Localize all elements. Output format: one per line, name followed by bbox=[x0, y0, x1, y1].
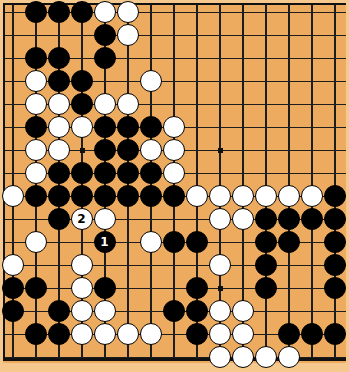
grid-row-line bbox=[4, 288, 346, 290]
white-stone bbox=[209, 208, 231, 230]
black-stone bbox=[25, 47, 47, 69]
black-stone bbox=[25, 1, 47, 23]
star-point bbox=[218, 148, 223, 153]
white-stone bbox=[232, 185, 254, 207]
white-stone bbox=[140, 231, 162, 253]
go-diagram: 21 bbox=[0, 0, 349, 372]
white-stone bbox=[117, 24, 139, 46]
white-stone bbox=[209, 323, 231, 345]
white-stone bbox=[301, 185, 323, 207]
white-stone-move-2: 2 bbox=[71, 208, 93, 230]
black-stone bbox=[324, 323, 346, 345]
black-stone bbox=[186, 323, 208, 345]
white-stone bbox=[25, 231, 47, 253]
black-stone bbox=[324, 277, 346, 299]
white-stone bbox=[163, 162, 185, 184]
white-stone bbox=[94, 323, 116, 345]
white-stone bbox=[255, 185, 277, 207]
grid-row-line bbox=[4, 265, 346, 267]
white-stone bbox=[25, 139, 47, 161]
black-stone bbox=[301, 323, 323, 345]
black-stone bbox=[140, 162, 162, 184]
white-stone bbox=[163, 116, 185, 138]
white-stone bbox=[48, 139, 70, 161]
black-stone bbox=[94, 24, 116, 46]
white-stone bbox=[71, 300, 93, 322]
black-stone bbox=[117, 162, 139, 184]
black-stone bbox=[324, 231, 346, 253]
white-stone bbox=[48, 116, 70, 138]
white-stone bbox=[209, 254, 231, 276]
star-point bbox=[218, 286, 223, 291]
black-stone bbox=[255, 208, 277, 230]
black-stone bbox=[94, 162, 116, 184]
black-stone bbox=[25, 116, 47, 138]
white-stone bbox=[94, 208, 116, 230]
white-stone bbox=[186, 185, 208, 207]
white-stone bbox=[94, 300, 116, 322]
black-stone bbox=[94, 116, 116, 138]
black-stone bbox=[94, 277, 116, 299]
star-point bbox=[80, 148, 85, 153]
black-stone bbox=[48, 185, 70, 207]
black-stone bbox=[48, 323, 70, 345]
black-stone bbox=[94, 185, 116, 207]
black-stone bbox=[71, 70, 93, 92]
black-stone bbox=[163, 185, 185, 207]
grid-row-line bbox=[4, 35, 346, 37]
white-stone bbox=[25, 162, 47, 184]
white-stone bbox=[94, 93, 116, 115]
white-stone bbox=[278, 346, 300, 368]
white-stone bbox=[232, 300, 254, 322]
white-stone bbox=[232, 346, 254, 368]
black-stone bbox=[71, 162, 93, 184]
black-stone bbox=[48, 47, 70, 69]
black-stone bbox=[25, 185, 47, 207]
white-stone bbox=[117, 1, 139, 23]
black-stone bbox=[25, 323, 47, 345]
black-stone bbox=[186, 300, 208, 322]
black-stone bbox=[48, 208, 70, 230]
black-stone bbox=[324, 185, 346, 207]
white-stone bbox=[71, 116, 93, 138]
white-stone bbox=[48, 93, 70, 115]
black-stone bbox=[48, 70, 70, 92]
black-stone bbox=[2, 300, 24, 322]
white-stone bbox=[278, 185, 300, 207]
black-stone bbox=[71, 93, 93, 115]
white-stone bbox=[140, 323, 162, 345]
black-stone bbox=[117, 185, 139, 207]
white-stone bbox=[140, 139, 162, 161]
black-stone bbox=[117, 139, 139, 161]
black-stone bbox=[94, 47, 116, 69]
white-stone bbox=[140, 70, 162, 92]
black-stone bbox=[163, 300, 185, 322]
black-stone bbox=[48, 1, 70, 23]
black-stone bbox=[48, 162, 70, 184]
white-stone bbox=[232, 323, 254, 345]
go-board: 21 bbox=[0, 0, 349, 372]
black-stone-move-1: 1 bbox=[94, 231, 116, 253]
white-stone bbox=[163, 139, 185, 161]
black-stone bbox=[71, 185, 93, 207]
white-stone bbox=[209, 346, 231, 368]
black-stone bbox=[163, 231, 185, 253]
white-stone bbox=[94, 1, 116, 23]
black-stone bbox=[278, 208, 300, 230]
white-stone bbox=[71, 323, 93, 345]
black-stone bbox=[301, 208, 323, 230]
black-stone bbox=[255, 231, 277, 253]
black-stone bbox=[255, 277, 277, 299]
white-stone bbox=[209, 300, 231, 322]
white-stone bbox=[232, 208, 254, 230]
black-stone bbox=[140, 116, 162, 138]
black-stone bbox=[71, 1, 93, 23]
black-stone bbox=[94, 139, 116, 161]
white-stone bbox=[2, 254, 24, 276]
white-stone bbox=[209, 185, 231, 207]
white-stone bbox=[255, 346, 277, 368]
black-stone bbox=[186, 231, 208, 253]
white-stone bbox=[2, 185, 24, 207]
white-stone bbox=[117, 323, 139, 345]
white-stone bbox=[25, 93, 47, 115]
black-stone bbox=[117, 116, 139, 138]
black-stone bbox=[255, 254, 277, 276]
white-stone bbox=[71, 277, 93, 299]
black-stone bbox=[48, 300, 70, 322]
black-stone bbox=[324, 254, 346, 276]
white-stone bbox=[71, 254, 93, 276]
black-stone bbox=[140, 185, 162, 207]
black-stone bbox=[324, 208, 346, 230]
white-stone bbox=[117, 93, 139, 115]
black-stone bbox=[278, 231, 300, 253]
black-stone bbox=[2, 277, 24, 299]
white-stone bbox=[25, 70, 47, 92]
black-stone bbox=[25, 277, 47, 299]
black-stone bbox=[278, 323, 300, 345]
black-stone bbox=[186, 277, 208, 299]
